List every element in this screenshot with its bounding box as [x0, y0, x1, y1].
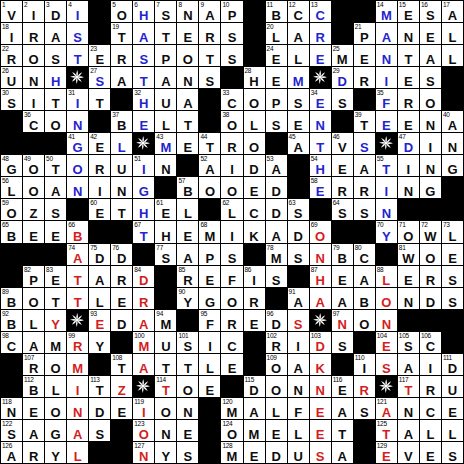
- cell-r21-c11[interactable]: 128M: [221, 442, 242, 463]
- cell-r4-c3[interactable]: H: [45, 67, 66, 88]
- cell-r21-c1[interactable]: 126A: [1, 442, 22, 463]
- cell-r18-c4[interactable]: I: [67, 376, 88, 397]
- cell-r11-c15[interactable]: 69O: [310, 221, 331, 242]
- cell-r17-c9[interactable]: T: [177, 354, 198, 375]
- cell-r7-c8[interactable]: 43M: [155, 133, 176, 154]
- cell-r10-c2[interactable]: Z: [23, 199, 44, 220]
- cell-r19-c3[interactable]: O: [45, 398, 66, 419]
- cell-r15-c1[interactable]: 92B: [1, 310, 22, 331]
- cell-r4-c7[interactable]: T: [133, 67, 154, 88]
- cell-r17-c8[interactable]: T: [155, 354, 176, 375]
- cell-r16-c8[interactable]: U: [155, 332, 176, 353]
- cell-r20-c19[interactable]: A: [398, 420, 419, 441]
- cell-r8-c3[interactable]: 50T: [45, 155, 66, 176]
- cell-r8-c12[interactable]: D: [244, 155, 265, 176]
- cell-r20-c15[interactable]: E: [310, 420, 331, 441]
- cell-r14-c17[interactable]: B: [354, 288, 375, 309]
- cell-r12-c21[interactable]: E: [442, 244, 463, 265]
- cell-r17-c14[interactable]: A: [288, 354, 309, 375]
- cell-r12-c10[interactable]: P: [199, 244, 220, 265]
- cell-r21-c18[interactable]: 129E: [376, 442, 397, 463]
- cell-r4-c2[interactable]: N: [23, 67, 44, 88]
- cell-r12-c20[interactable]: O: [420, 244, 441, 265]
- cell-r9-c5[interactable]: I: [89, 177, 110, 198]
- cell-r16-c5[interactable]: Y: [89, 332, 110, 353]
- cell-r6-c18[interactable]: E: [376, 111, 397, 132]
- cell-r9-c4[interactable]: N: [67, 177, 88, 198]
- cell-r12-c15[interactable]: N: [310, 244, 331, 265]
- cell-r8-c10[interactable]: 52A: [199, 155, 220, 176]
- cell-r8-c18[interactable]: 55T: [376, 155, 397, 176]
- cell-r4-c9[interactable]: N: [177, 67, 198, 88]
- cell-r8-c8[interactable]: N: [155, 155, 176, 176]
- cell-r17-c21[interactable]: 111D: [442, 354, 463, 375]
- cell-r16-c11[interactable]: C: [221, 332, 242, 353]
- cell-r5-c12[interactable]: O: [244, 89, 265, 110]
- cell-r17-c17[interactable]: 110I: [354, 354, 375, 375]
- cell-r8-c15[interactable]: 54H: [310, 155, 331, 176]
- cell-r4-c13[interactable]: E: [266, 67, 287, 88]
- cell-r2-c17[interactable]: 21P: [354, 23, 375, 44]
- cell-r15-c10[interactable]: 95F: [199, 310, 220, 331]
- cell-r4-c14[interactable]: M: [288, 67, 309, 88]
- cell-r12-c6[interactable]: 76D: [111, 244, 132, 265]
- cell-r10-c17[interactable]: S: [354, 199, 375, 220]
- cell-r11-c11[interactable]: I: [221, 221, 242, 242]
- cell-r21-c16[interactable]: A: [332, 442, 353, 463]
- cell-r1-c18[interactable]: 14M: [376, 1, 397, 22]
- cell-r7-c10[interactable]: 44T: [199, 133, 220, 154]
- cell-r8-c19[interactable]: I: [398, 155, 419, 176]
- cell-r13-c2[interactable]: 82P: [23, 266, 44, 287]
- cell-r18-c3[interactable]: L: [45, 376, 66, 397]
- cell-r19-c14[interactable]: F: [288, 398, 309, 419]
- cell-r5-c19[interactable]: R: [398, 89, 419, 110]
- cell-r13-c3[interactable]: 83E: [45, 266, 66, 287]
- cell-r8-c6[interactable]: U: [111, 155, 132, 176]
- cell-r8-c5[interactable]: R: [89, 155, 110, 176]
- cell-r10-c6[interactable]: T: [111, 199, 132, 220]
- cell-r3-c18[interactable]: N: [376, 45, 397, 66]
- cell-r19-c19[interactable]: N: [398, 398, 419, 419]
- cell-r1-c13[interactable]: 11B: [266, 1, 287, 22]
- cell-r10-c9[interactable]: L: [177, 199, 198, 220]
- cell-r19-c4[interactable]: N: [67, 398, 88, 419]
- cell-r9-c6[interactable]: N: [111, 177, 132, 198]
- cell-r1-c7[interactable]: 6H: [133, 1, 154, 22]
- cell-r21-c14[interactable]: U: [288, 442, 309, 463]
- cell-r16-c3[interactable]: M: [45, 332, 66, 353]
- cell-r7-c17[interactable]: S: [354, 133, 375, 154]
- cell-r1-c2[interactable]: 2I: [23, 1, 44, 22]
- cell-r9-c17[interactable]: R: [354, 177, 375, 198]
- cell-r15-c14[interactable]: S: [288, 310, 309, 331]
- cell-r18-c5[interactable]: 113T: [89, 376, 110, 397]
- cell-r20-c12[interactable]: M: [244, 420, 265, 441]
- cell-r19-c18[interactable]: 121A: [376, 398, 397, 419]
- cell-r2-c18[interactable]: A: [376, 23, 397, 44]
- cell-r21-c21[interactable]: S: [442, 442, 463, 463]
- cell-r13-c19[interactable]: E: [398, 266, 419, 287]
- cell-r9-c3[interactable]: A: [45, 177, 66, 198]
- cell-r10-c12[interactable]: C: [244, 199, 265, 220]
- cell-r5-c7[interactable]: 32H: [133, 89, 154, 110]
- cell-r13-c16[interactable]: E: [332, 266, 353, 287]
- cell-r14-c5[interactable]: L: [89, 288, 110, 309]
- cell-r12-c13[interactable]: 78M: [266, 244, 287, 265]
- cell-r18-c17[interactable]: R: [354, 376, 375, 397]
- cell-r1-c11[interactable]: 10P: [221, 1, 242, 22]
- cell-r17-c11[interactable]: E: [221, 354, 242, 375]
- cell-r4-c16[interactable]: 29D: [332, 67, 353, 88]
- cell-r13-c6[interactable]: R: [111, 266, 132, 287]
- cell-r6-c7[interactable]: E: [133, 111, 154, 132]
- cell-r8-c11[interactable]: I: [221, 155, 242, 176]
- cell-r4-c20[interactable]: S: [420, 67, 441, 88]
- cell-r15-c11[interactable]: R: [221, 310, 242, 331]
- cell-r17-c6[interactable]: 108T: [111, 354, 132, 375]
- cell-r16-c16[interactable]: S: [332, 332, 353, 353]
- cell-r18-c15[interactable]: N: [310, 376, 331, 397]
- cell-r20-c16[interactable]: T: [332, 420, 353, 441]
- cell-r9-c19[interactable]: N: [398, 177, 419, 198]
- cell-r9-c20[interactable]: G: [420, 177, 441, 198]
- cell-r3-c11[interactable]: S: [221, 45, 242, 66]
- cell-r20-c5[interactable]: S: [89, 420, 110, 441]
- cell-r6-c11[interactable]: 38O: [221, 111, 242, 132]
- cell-r6-c2[interactable]: 36C: [23, 111, 44, 132]
- cell-r7-c11[interactable]: R: [221, 133, 242, 154]
- cell-r21-c15[interactable]: S: [310, 442, 331, 463]
- cell-r6-c14[interactable]: E: [288, 111, 309, 132]
- cell-r16-c2[interactable]: A: [23, 332, 44, 353]
- cell-r7-c12[interactable]: O: [244, 133, 265, 154]
- cell-r5-c13[interactable]: P: [266, 89, 287, 110]
- cell-r3-c20[interactable]: A: [420, 45, 441, 66]
- cell-r10-c7[interactable]: H: [133, 199, 154, 220]
- cell-r2-c4[interactable]: S: [67, 23, 88, 44]
- cell-r8-c21[interactable]: G: [442, 155, 463, 176]
- cell-r19-c16[interactable]: A: [332, 398, 353, 419]
- cell-r9-c18[interactable]: I: [376, 177, 397, 198]
- cell-r17-c3[interactable]: O: [45, 354, 66, 375]
- cell-r4-c8[interactable]: A: [155, 67, 176, 88]
- cell-r15-c16[interactable]: 97N: [332, 310, 353, 331]
- cell-r14-c12[interactable]: R: [244, 288, 265, 309]
- cell-r14-c19[interactable]: N: [398, 288, 419, 309]
- cell-r16-c9[interactable]: 101S: [177, 332, 198, 353]
- cell-r11-c9[interactable]: E: [177, 221, 198, 242]
- cell-r7-c5[interactable]: 42E: [89, 133, 110, 154]
- cell-r15-c8[interactable]: 94M: [155, 310, 176, 331]
- cell-r10-c14[interactable]: 63S: [288, 199, 309, 220]
- cell-r13-c5[interactable]: A: [89, 266, 110, 287]
- cell-r18-c13[interactable]: O: [266, 376, 287, 397]
- cell-r13-c21[interactable]: S: [442, 266, 463, 287]
- cell-r1-c10[interactable]: 9A: [199, 1, 220, 22]
- cell-r17-c10[interactable]: L: [199, 354, 220, 375]
- cell-r21-c7[interactable]: 127N: [133, 442, 154, 463]
- cell-r2-c8[interactable]: T: [155, 23, 176, 44]
- cell-r5-c16[interactable]: S: [332, 89, 353, 110]
- cell-r20-c8[interactable]: N: [155, 420, 176, 441]
- cell-r5-c14[interactable]: S: [288, 89, 309, 110]
- cell-r19-c8[interactable]: O: [155, 398, 176, 419]
- cell-r14-c16[interactable]: A: [332, 288, 353, 309]
- cell-r5-c4[interactable]: 31I: [67, 89, 88, 110]
- cell-r16-c18[interactable]: 104E: [376, 332, 397, 353]
- cell-r13-c20[interactable]: R: [420, 266, 441, 287]
- cell-r9-c10[interactable]: O: [199, 177, 220, 198]
- cell-r9-c9[interactable]: 57B: [177, 177, 198, 198]
- cell-r19-c13[interactable]: L: [266, 398, 287, 419]
- cell-r20-c2[interactable]: A: [23, 420, 44, 441]
- cell-r16-c13[interactable]: 102R: [266, 332, 287, 353]
- cell-r15-c12[interactable]: E: [244, 310, 265, 331]
- cell-r6-c12[interactable]: L: [244, 111, 265, 132]
- cell-r5-c1[interactable]: 30S: [1, 89, 22, 110]
- cell-r7-c15[interactable]: T: [310, 133, 331, 154]
- cell-r6-c3[interactable]: O: [45, 111, 66, 132]
- cell-r13-c11[interactable]: F: [221, 266, 242, 287]
- cell-r14-c3[interactable]: T: [45, 288, 66, 309]
- cell-r18-c14[interactable]: N: [288, 376, 309, 397]
- cell-r19-c7[interactable]: 119I: [133, 398, 154, 419]
- cell-r14-c4[interactable]: T: [67, 288, 88, 309]
- cell-r11-c4[interactable]: 66B: [67, 221, 88, 242]
- cell-r2-c15[interactable]: R: [310, 23, 331, 44]
- cell-r16-c15[interactable]: 103D: [310, 332, 331, 353]
- cell-r14-c21[interactable]: S: [442, 288, 463, 309]
- cell-r3-c4[interactable]: T: [67, 45, 88, 66]
- cell-r3-c8[interactable]: P: [155, 45, 176, 66]
- cell-r11-c13[interactable]: A: [266, 221, 287, 242]
- cell-r11-c7[interactable]: 67T: [133, 221, 154, 242]
- cell-r1-c9[interactable]: 8N: [177, 1, 198, 22]
- cell-r2-c11[interactable]: S: [221, 23, 242, 44]
- cell-r20-c21[interactable]: L: [442, 420, 463, 441]
- cell-r5-c2[interactable]: I: [23, 89, 44, 110]
- cell-r4-c1[interactable]: 26U: [1, 67, 22, 88]
- cell-r18-c21[interactable]: U: [442, 376, 463, 397]
- cell-r18-c10[interactable]: E: [199, 376, 220, 397]
- cell-r8-c20[interactable]: N: [420, 155, 441, 176]
- cell-r21-c20[interactable]: E: [420, 442, 441, 463]
- cell-r1-c3[interactable]: 3D: [45, 1, 66, 22]
- cell-r12-c8[interactable]: 77S: [155, 244, 176, 265]
- cell-r6-c17[interactable]: 39T: [354, 111, 375, 132]
- cell-r10-c3[interactable]: S: [45, 199, 66, 220]
- cell-r14-c9[interactable]: 90Y: [177, 288, 198, 309]
- cell-r11-c1[interactable]: 65B: [1, 221, 22, 242]
- cell-r13-c4[interactable]: T: [67, 266, 88, 287]
- cell-r21-c12[interactable]: E: [244, 442, 265, 463]
- cell-r19-c12[interactable]: A: [244, 398, 265, 419]
- cell-r15-c13[interactable]: 96D: [266, 310, 287, 331]
- cell-r13-c9[interactable]: 85R: [177, 266, 198, 287]
- cell-r8-c1[interactable]: 48G: [1, 155, 22, 176]
- cell-r3-c9[interactable]: O: [177, 45, 198, 66]
- cell-r19-c6[interactable]: E: [111, 398, 132, 419]
- cell-r12-c9[interactable]: A: [177, 244, 198, 265]
- cell-r20-c4[interactable]: A: [67, 420, 88, 441]
- cell-r20-c3[interactable]: G: [45, 420, 66, 441]
- cell-r19-c9[interactable]: N: [177, 398, 198, 419]
- cell-r6-c6[interactable]: 37B: [111, 111, 132, 132]
- cell-r10-c8[interactable]: 61E: [155, 199, 176, 220]
- cell-r8-c4[interactable]: O: [67, 155, 88, 176]
- cell-r17-c15[interactable]: K: [310, 354, 331, 375]
- cell-r14-c14[interactable]: 91A: [288, 288, 309, 309]
- cell-r18-c12[interactable]: 115D: [244, 376, 265, 397]
- cell-r3-c10[interactable]: T: [199, 45, 220, 66]
- cell-r4-c18[interactable]: I: [376, 67, 397, 88]
- cell-r9-c16[interactable]: R: [332, 177, 353, 198]
- cell-r11-c19[interactable]: 71O: [398, 221, 419, 242]
- cell-r3-c14[interactable]: L: [288, 45, 309, 66]
- cell-r6-c19[interactable]: E: [398, 111, 419, 132]
- cell-r5-c11[interactable]: 33C: [221, 89, 242, 110]
- cell-r8-c17[interactable]: A: [354, 155, 375, 176]
- cell-r12-c17[interactable]: 80C: [354, 244, 375, 265]
- cell-r20-c20[interactable]: L: [420, 420, 441, 441]
- cell-r17-c19[interactable]: A: [398, 354, 419, 375]
- cell-r18-c2[interactable]: 112B: [23, 376, 44, 397]
- cell-r12-c4[interactable]: 74A: [67, 244, 88, 265]
- cell-r1-c6[interactable]: 5O: [111, 1, 132, 22]
- cell-r15-c18[interactable]: N: [376, 310, 397, 331]
- cell-r13-c7[interactable]: 84D: [133, 266, 154, 287]
- cell-r7-c4[interactable]: 41G: [67, 133, 88, 154]
- cell-r15-c5[interactable]: 93E: [89, 310, 110, 331]
- cell-r7-c16[interactable]: 46V: [332, 133, 353, 154]
- cell-r1-c14[interactable]: 12C: [288, 1, 309, 22]
- cell-r11-c20[interactable]: 72W: [420, 221, 441, 242]
- cell-r5-c15[interactable]: 34E: [310, 89, 331, 110]
- cell-r7-c21[interactable]: N: [442, 133, 463, 154]
- cell-r10-c13[interactable]: D: [266, 199, 287, 220]
- cell-r19-c21[interactable]: E: [442, 398, 463, 419]
- cell-r3-c19[interactable]: T: [398, 45, 419, 66]
- cell-r1-c4[interactable]: 4I: [67, 1, 88, 22]
- cell-r19-c5[interactable]: D: [89, 398, 110, 419]
- cell-r3-c13[interactable]: 24E: [266, 45, 287, 66]
- cell-r1-c20[interactable]: 16S: [420, 1, 441, 22]
- cell-r2-c21[interactable]: L: [442, 23, 463, 44]
- cell-r9-c7[interactable]: G: [133, 177, 154, 198]
- cell-r7-c6[interactable]: L: [111, 133, 132, 154]
- cell-r3-c5[interactable]: 23E: [89, 45, 110, 66]
- cell-r1-c15[interactable]: 13C: [310, 1, 331, 22]
- cell-r14-c6[interactable]: E: [111, 288, 132, 309]
- cell-r9-c12[interactable]: E: [244, 177, 265, 198]
- cell-r19-c20[interactable]: C: [420, 398, 441, 419]
- cell-r17-c20[interactable]: I: [420, 354, 441, 375]
- cell-r13-c13[interactable]: S: [266, 266, 287, 287]
- cell-r3-c2[interactable]: O: [23, 45, 44, 66]
- cell-r11-c12[interactable]: K: [244, 221, 265, 242]
- cell-r15-c7[interactable]: A: [133, 310, 154, 331]
- cell-r12-c16[interactable]: 79B: [332, 244, 353, 265]
- cell-r21-c8[interactable]: Y: [155, 442, 176, 463]
- cell-r11-c3[interactable]: E: [45, 221, 66, 242]
- cell-r11-c18[interactable]: 70Y: [376, 221, 397, 242]
- cell-r12-c11[interactable]: S: [221, 244, 242, 265]
- cell-r8-c7[interactable]: 51I: [133, 155, 154, 176]
- cell-r2-c2[interactable]: R: [23, 23, 44, 44]
- cell-r4-c6[interactable]: A: [111, 67, 132, 88]
- cell-r17-c13[interactable]: 109O: [266, 354, 287, 375]
- cell-r10-c5[interactable]: 60E: [89, 199, 110, 220]
- cell-r7-c9[interactable]: E: [177, 133, 198, 154]
- cell-r20-c13[interactable]: E: [266, 420, 287, 441]
- cell-r18-c8[interactable]: 114T: [155, 376, 176, 397]
- cell-r3-c21[interactable]: L: [442, 45, 463, 66]
- cell-r14-c7[interactable]: R: [133, 288, 154, 309]
- cell-r4-c12[interactable]: 28H: [244, 67, 265, 88]
- cell-r3-c7[interactable]: S: [133, 45, 154, 66]
- cell-r15-c3[interactable]: Y: [45, 310, 66, 331]
- cell-r17-c2[interactable]: 107R: [23, 354, 44, 375]
- cell-r2-c20[interactable]: E: [420, 23, 441, 44]
- cell-r4-c17[interactable]: R: [354, 67, 375, 88]
- cell-r21-c2[interactable]: R: [23, 442, 44, 463]
- cell-r7-c20[interactable]: I: [420, 133, 441, 154]
- cell-r2-c7[interactable]: A: [133, 23, 154, 44]
- cell-r17-c18[interactable]: S: [376, 354, 397, 375]
- cell-r14-c11[interactable]: O: [221, 288, 242, 309]
- cell-r1-c21[interactable]: 17A: [442, 1, 463, 22]
- cell-r13-c15[interactable]: 87H: [310, 266, 331, 287]
- cell-r19-c2[interactable]: E: [23, 398, 44, 419]
- cell-r3-c3[interactable]: S: [45, 45, 66, 66]
- cell-r21-c9[interactable]: S: [177, 442, 198, 463]
- cell-r6-c4[interactable]: N: [67, 111, 88, 132]
- cell-r16-c4[interactable]: 99R: [67, 332, 88, 353]
- cell-r10-c11[interactable]: 62L: [221, 199, 242, 220]
- cell-r20-c7[interactable]: 123O: [133, 420, 154, 441]
- cell-r14-c1[interactable]: 89B: [1, 288, 22, 309]
- cell-r11-c2[interactable]: E: [23, 221, 44, 242]
- cell-r19-c11[interactable]: 120M: [221, 398, 242, 419]
- cell-r20-c14[interactable]: L: [288, 420, 309, 441]
- cell-r9-c1[interactable]: 56L: [1, 177, 22, 198]
- cell-r1-c19[interactable]: 15E: [398, 1, 419, 22]
- cell-r6-c13[interactable]: S: [266, 111, 287, 132]
- cell-r2-c14[interactable]: A: [288, 23, 309, 44]
- cell-r18-c6[interactable]: Z: [111, 376, 132, 397]
- cell-r21-c13[interactable]: D: [266, 442, 287, 463]
- cell-r4-c5[interactable]: 27S: [89, 67, 110, 88]
- cell-r2-c9[interactable]: E: [177, 23, 198, 44]
- cell-r2-c1[interactable]: 18I: [1, 23, 22, 44]
- cell-r12-c14[interactable]: S: [288, 244, 309, 265]
- cell-r14-c20[interactable]: D: [420, 288, 441, 309]
- cell-r6-c8[interactable]: L: [155, 111, 176, 132]
- cell-r16-c7[interactable]: 100M: [133, 332, 154, 353]
- cell-r6-c21[interactable]: 40A: [442, 111, 463, 132]
- cell-r5-c20[interactable]: O: [420, 89, 441, 110]
- cell-r4-c19[interactable]: E: [398, 67, 419, 88]
- cell-r7-c14[interactable]: 45A: [288, 133, 309, 154]
- cell-r5-c8[interactable]: U: [155, 89, 176, 110]
- cell-r16-c14[interactable]: I: [288, 332, 309, 353]
- cell-r21-c19[interactable]: V: [398, 442, 419, 463]
- cell-r11-c21[interactable]: 73L: [442, 221, 463, 242]
- cell-r18-c9[interactable]: O: [177, 376, 198, 397]
- cell-r3-c6[interactable]: R: [111, 45, 132, 66]
- cell-r6-c15[interactable]: N: [310, 111, 331, 132]
